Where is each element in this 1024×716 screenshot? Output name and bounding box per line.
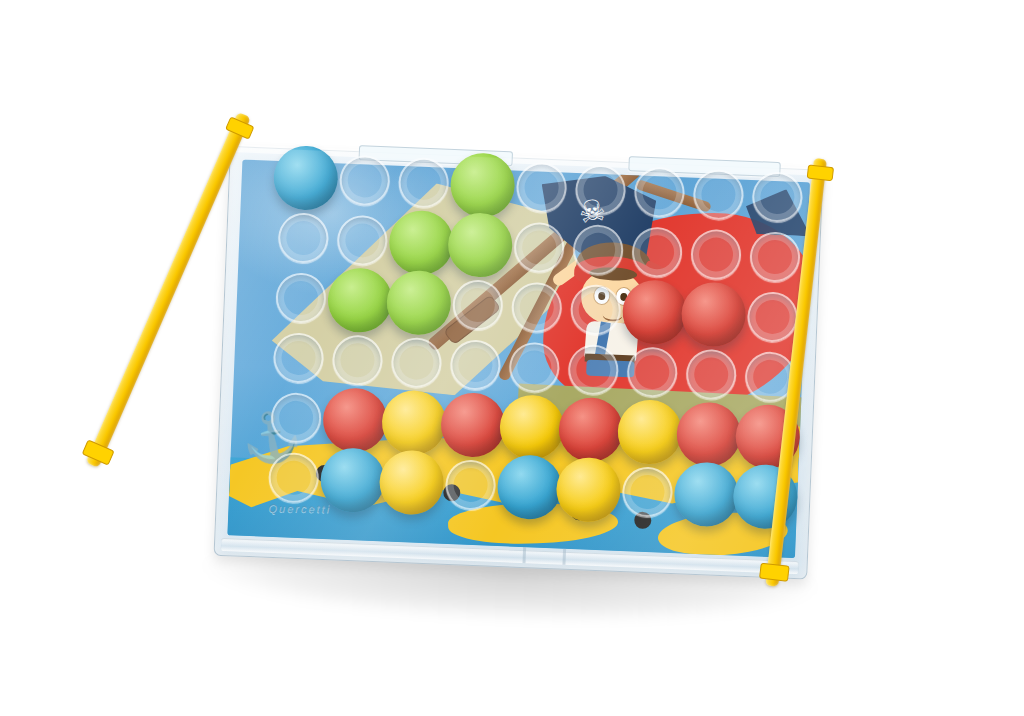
yellow-peg-r5c3[interactable] xyxy=(381,389,448,456)
hole-r6c4[interactable] xyxy=(445,459,497,511)
cell-r5c5 xyxy=(499,394,566,461)
cell-r6c1 xyxy=(268,452,320,504)
cell-r3c3 xyxy=(386,269,453,336)
hole-r2c5[interactable] xyxy=(513,222,565,274)
tray-seam xyxy=(562,549,566,565)
latch-clip xyxy=(807,164,834,181)
cell-r4c5 xyxy=(508,341,560,393)
cell-r1c2 xyxy=(339,154,391,206)
product-photo: ☠ xyxy=(0,0,1024,716)
yellow-peg-r6c6[interactable] xyxy=(555,456,622,523)
cell-r3c9 xyxy=(747,291,799,343)
cell-r1c3 xyxy=(398,157,450,209)
green-peg-r2c3[interactable] xyxy=(388,209,455,276)
yellow-peg-r5c7[interactable] xyxy=(617,399,684,466)
red-peg-r5c8[interactable] xyxy=(676,401,743,468)
hole-r3c6[interactable] xyxy=(570,284,622,336)
hole-r1c3[interactable] xyxy=(398,157,450,209)
latch-clip xyxy=(82,439,115,465)
cell-r2c5 xyxy=(513,222,565,274)
blue-peg-r6c8[interactable] xyxy=(673,461,740,528)
cell-r2c7 xyxy=(631,226,683,278)
cell-r6c7 xyxy=(621,466,673,518)
cell-r1c8 xyxy=(692,169,744,221)
cell-r3c7 xyxy=(621,279,688,346)
cell-r4c1 xyxy=(273,332,325,384)
cell-r6c3 xyxy=(378,449,445,516)
cell-r1c9 xyxy=(751,171,803,223)
red-peg-r5c2[interactable] xyxy=(322,387,389,454)
cell-r4c3 xyxy=(390,337,442,389)
cell-r3c4 xyxy=(452,279,504,331)
cell-r5c2 xyxy=(322,387,389,454)
cell-r4c2 xyxy=(332,334,384,386)
cell-r2c8 xyxy=(690,229,742,281)
cell-r2c1 xyxy=(277,212,329,264)
hole-r2c7[interactable] xyxy=(631,226,683,278)
hole-r4c5[interactable] xyxy=(508,341,560,393)
hole-r1c9[interactable] xyxy=(751,171,803,223)
hole-r1c8[interactable] xyxy=(692,169,744,221)
hole-r6c1[interactable] xyxy=(268,452,320,504)
peg-board-tray: ☠ xyxy=(214,146,824,580)
hole-r5c1[interactable] xyxy=(270,392,322,444)
peg-grid xyxy=(227,160,812,561)
blue-peg-r1c1[interactable] xyxy=(273,145,340,212)
cell-r3c8 xyxy=(680,281,747,348)
hole-r3c5[interactable] xyxy=(511,281,563,333)
hole-r3c1[interactable] xyxy=(275,272,327,324)
hole-r4c1[interactable] xyxy=(273,332,325,384)
red-peg-r5c6[interactable] xyxy=(558,396,625,463)
cell-r5c3 xyxy=(381,389,448,456)
hole-r4c6[interactable] xyxy=(567,344,619,396)
cell-r6c8 xyxy=(673,461,740,528)
cell-r4c8 xyxy=(685,349,737,401)
hole-r4c2[interactable] xyxy=(332,334,384,386)
latch-clip xyxy=(225,116,254,139)
cell-r3c1 xyxy=(275,272,327,324)
hole-r3c4[interactable] xyxy=(452,279,504,331)
hole-r1c7[interactable] xyxy=(634,166,686,218)
cell-r6c5 xyxy=(496,454,563,521)
green-peg-r3c3[interactable] xyxy=(386,269,453,336)
green-peg-r3c2[interactable] xyxy=(327,267,394,334)
embossed-brand-text: Quercetti xyxy=(268,502,331,515)
cell-r5c6 xyxy=(558,396,625,463)
blue-peg-r6c5[interactable] xyxy=(496,454,563,521)
cell-r5c4 xyxy=(440,392,507,459)
hole-r6c7[interactable] xyxy=(621,466,673,518)
cell-r6c4 xyxy=(445,459,497,511)
cell-r5c7 xyxy=(617,399,684,466)
red-peg-r5c4[interactable] xyxy=(440,392,507,459)
cell-r4c4 xyxy=(449,339,501,391)
cell-r5c8 xyxy=(676,401,743,468)
yellow-peg-r6c3[interactable] xyxy=(378,449,445,516)
cell-r4c6 xyxy=(567,344,619,396)
cell-r1c4 xyxy=(449,152,516,219)
cell-r1c5 xyxy=(516,162,568,214)
hole-r4c4[interactable] xyxy=(449,339,501,391)
yellow-peg-r5c5[interactable] xyxy=(499,394,566,461)
hole-r2c1[interactable] xyxy=(277,212,329,264)
hole-r3c9[interactable] xyxy=(747,291,799,343)
cell-r2c4 xyxy=(447,212,514,279)
hole-r1c5[interactable] xyxy=(516,162,568,214)
cell-r4c7 xyxy=(626,346,678,398)
hole-r2c2[interactable] xyxy=(336,214,388,266)
cell-r3c5 xyxy=(511,281,563,333)
cell-r1c7 xyxy=(634,166,686,218)
red-peg-r3c8[interactable] xyxy=(680,281,747,348)
hole-r4c8[interactable] xyxy=(685,349,737,401)
hole-r2c8[interactable] xyxy=(690,229,742,281)
green-peg-r1c4[interactable] xyxy=(449,152,516,219)
hole-r1c6[interactable] xyxy=(575,164,627,216)
green-peg-r2c4[interactable] xyxy=(447,212,514,279)
hole-r4c7[interactable] xyxy=(626,346,678,398)
cell-r2c3 xyxy=(388,209,455,276)
cell-r2c9 xyxy=(749,231,801,283)
cell-r2c6 xyxy=(572,224,624,276)
cell-r1c6 xyxy=(575,164,627,216)
tray-seam xyxy=(522,547,526,563)
hole-r4c3[interactable] xyxy=(390,337,442,389)
hole-r2c6[interactable] xyxy=(572,224,624,276)
cell-r1c1 xyxy=(273,145,340,212)
cell-r6c6 xyxy=(555,456,622,523)
cell-r2c2 xyxy=(336,214,388,266)
cell-r3c6 xyxy=(570,284,622,336)
latch-clip xyxy=(759,563,790,582)
cell-r5c1 xyxy=(270,392,322,444)
hole-r2c9[interactable] xyxy=(749,231,801,283)
red-peg-r3c7[interactable] xyxy=(621,279,688,346)
cell-r3c2 xyxy=(327,267,394,334)
hole-r1c2[interactable] xyxy=(339,154,391,206)
